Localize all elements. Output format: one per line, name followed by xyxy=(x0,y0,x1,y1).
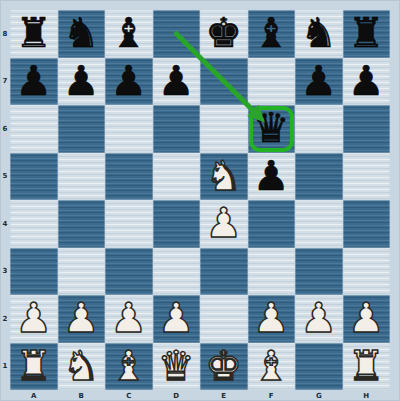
square-h1[interactable]: ♜ xyxy=(343,343,391,391)
file-label-g: G xyxy=(295,390,343,401)
file-label-b: B xyxy=(58,390,106,401)
piece-white-queen[interactable]: ♛ xyxy=(158,346,195,387)
chess-board: ♜♞♝♚♝♞♜♟♟♟♟♟♟♛♞♟♟♟♟♟♟♟♟♟♜♞♝♛♚♝♜ xyxy=(10,10,390,390)
square-a2[interactable]: ♟ xyxy=(10,295,58,343)
square-c8[interactable]: ♝ xyxy=(105,10,153,58)
square-a5[interactable] xyxy=(10,153,58,201)
chess-app: 87654321 ABCDEFGH ♜♞♝♚♝♞♜♟♟♟♟♟♟♛♞♟♟♟♟♟♟♟… xyxy=(0,0,400,401)
square-d7[interactable]: ♟ xyxy=(153,58,201,106)
square-d6[interactable] xyxy=(153,105,201,153)
rank-label-3: 3 xyxy=(0,248,10,296)
square-h4[interactable] xyxy=(343,200,391,248)
square-a1[interactable]: ♜ xyxy=(10,343,58,391)
file-label-h: H xyxy=(343,390,391,401)
square-e7[interactable] xyxy=(200,58,248,106)
piece-black-pawn[interactable]: ♟ xyxy=(300,61,337,102)
piece-black-king[interactable]: ♚ xyxy=(205,13,242,54)
square-e3[interactable] xyxy=(200,248,248,296)
file-label-c: C xyxy=(105,390,153,401)
piece-white-knight[interactable]: ♞ xyxy=(63,346,100,387)
square-g3[interactable] xyxy=(295,248,343,296)
piece-black-pawn[interactable]: ♟ xyxy=(63,61,100,102)
square-a8[interactable]: ♜ xyxy=(10,10,58,58)
rank-label-6: 6 xyxy=(0,105,10,153)
piece-white-pawn[interactable]: ♟ xyxy=(158,298,195,339)
piece-white-pawn[interactable]: ♟ xyxy=(205,203,242,244)
piece-black-rook[interactable]: ♜ xyxy=(15,13,52,54)
square-d3[interactable] xyxy=(153,248,201,296)
square-e8[interactable]: ♚ xyxy=(200,10,248,58)
square-f5[interactable]: ♟ xyxy=(248,153,296,201)
piece-white-pawn[interactable]: ♟ xyxy=(63,298,100,339)
file-label-a: A xyxy=(10,390,58,401)
piece-black-pawn[interactable]: ♟ xyxy=(15,61,52,102)
piece-white-pawn[interactable]: ♟ xyxy=(110,298,147,339)
piece-white-bishop[interactable]: ♝ xyxy=(110,346,147,387)
piece-black-pawn[interactable]: ♟ xyxy=(110,61,147,102)
square-e2[interactable] xyxy=(200,295,248,343)
rank-label-2: 2 xyxy=(0,295,10,343)
square-b1[interactable]: ♞ xyxy=(58,343,106,391)
square-e4[interactable]: ♟ xyxy=(200,200,248,248)
square-b5[interactable] xyxy=(58,153,106,201)
piece-white-rook[interactable]: ♜ xyxy=(15,346,52,387)
square-f4[interactable] xyxy=(248,200,296,248)
square-f1[interactable]: ♝ xyxy=(248,343,296,391)
square-d8[interactable] xyxy=(153,10,201,58)
square-g7[interactable]: ♟ xyxy=(295,58,343,106)
square-f3[interactable] xyxy=(248,248,296,296)
square-g2[interactable]: ♟ xyxy=(295,295,343,343)
square-c1[interactable]: ♝ xyxy=(105,343,153,391)
square-g5[interactable] xyxy=(295,153,343,201)
piece-black-knight[interactable]: ♞ xyxy=(300,13,337,54)
square-d1[interactable]: ♛ xyxy=(153,343,201,391)
square-g1[interactable] xyxy=(295,343,343,391)
piece-black-rook[interactable]: ♜ xyxy=(348,13,385,54)
square-b7[interactable]: ♟ xyxy=(58,58,106,106)
piece-white-pawn[interactable]: ♟ xyxy=(300,298,337,339)
square-c4[interactable] xyxy=(105,200,153,248)
square-c7[interactable]: ♟ xyxy=(105,58,153,106)
rank-labels: 87654321 xyxy=(0,10,10,390)
file-label-d: D xyxy=(153,390,201,401)
square-a7[interactable]: ♟ xyxy=(10,58,58,106)
square-f2[interactable]: ♟ xyxy=(248,295,296,343)
rank-label-5: 5 xyxy=(0,153,10,201)
piece-white-pawn[interactable]: ♟ xyxy=(348,298,385,339)
square-c6[interactable] xyxy=(105,105,153,153)
piece-black-queen[interactable]: ♛ xyxy=(253,108,290,149)
square-h3[interactable] xyxy=(343,248,391,296)
square-c3[interactable] xyxy=(105,248,153,296)
square-d2[interactable]: ♟ xyxy=(153,295,201,343)
square-h5[interactable] xyxy=(343,153,391,201)
file-label-e: E xyxy=(200,390,248,401)
file-label-f: F xyxy=(248,390,296,401)
square-f6[interactable]: ♛ xyxy=(248,105,296,153)
piece-white-king[interactable]: ♚ xyxy=(205,346,242,387)
square-b3[interactable] xyxy=(58,248,106,296)
square-a4[interactable] xyxy=(10,200,58,248)
square-g8[interactable]: ♞ xyxy=(295,10,343,58)
piece-black-pawn[interactable]: ♟ xyxy=(158,61,195,102)
square-h6[interactable] xyxy=(343,105,391,153)
file-labels: ABCDEFGH xyxy=(10,390,390,401)
piece-black-knight[interactable]: ♞ xyxy=(63,13,100,54)
square-h7[interactable]: ♟ xyxy=(343,58,391,106)
square-d4[interactable] xyxy=(153,200,201,248)
square-a6[interactable] xyxy=(10,105,58,153)
square-f7[interactable] xyxy=(248,58,296,106)
rank-label-1: 1 xyxy=(0,343,10,391)
piece-white-rook[interactable]: ♜ xyxy=(348,346,385,387)
square-b6[interactable] xyxy=(58,105,106,153)
square-g6[interactable] xyxy=(295,105,343,153)
piece-white-pawn[interactable]: ♟ xyxy=(253,298,290,339)
rank-label-7: 7 xyxy=(0,58,10,106)
square-h2[interactable]: ♟ xyxy=(343,295,391,343)
square-d5[interactable] xyxy=(153,153,201,201)
rank-label-4: 4 xyxy=(0,200,10,248)
piece-white-knight[interactable]: ♞ xyxy=(205,156,242,197)
rank-label-8: 8 xyxy=(0,10,10,58)
square-e5[interactable]: ♞ xyxy=(200,153,248,201)
square-g4[interactable] xyxy=(295,200,343,248)
piece-black-pawn[interactable]: ♟ xyxy=(253,156,290,197)
square-h8[interactable]: ♜ xyxy=(343,10,391,58)
square-e1[interactable]: ♚ xyxy=(200,343,248,391)
piece-black-bishop[interactable]: ♝ xyxy=(110,13,147,54)
piece-white-bishop[interactable]: ♝ xyxy=(253,346,290,387)
square-c5[interactable] xyxy=(105,153,153,201)
square-c2[interactable]: ♟ xyxy=(105,295,153,343)
square-f8[interactable]: ♝ xyxy=(248,10,296,58)
square-b2[interactable]: ♟ xyxy=(58,295,106,343)
piece-black-pawn[interactable]: ♟ xyxy=(348,61,385,102)
square-a3[interactable] xyxy=(10,248,58,296)
square-b8[interactable]: ♞ xyxy=(58,10,106,58)
square-e6[interactable] xyxy=(200,105,248,153)
square-b4[interactable] xyxy=(58,200,106,248)
piece-black-bishop[interactable]: ♝ xyxy=(253,13,290,54)
piece-white-pawn[interactable]: ♟ xyxy=(15,298,52,339)
